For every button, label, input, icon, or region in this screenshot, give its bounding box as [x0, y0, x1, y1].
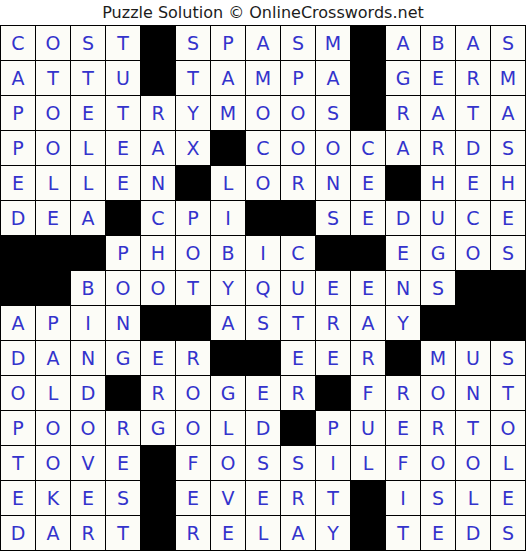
letter-cell-r7c7: B — [211, 236, 245, 270]
letter-cell-r14c13: S — [421, 481, 455, 515]
letter-cell-r8c8: Q — [246, 271, 280, 305]
letter-cell-r5c1: E — [1, 166, 35, 200]
black-cell-r7c11 — [351, 236, 385, 270]
black-cell-r8c1 — [1, 271, 35, 305]
letter-cell-r12c10: P — [316, 411, 350, 445]
letter-cell-r4c12: A — [386, 131, 420, 165]
letter-cell-r4c15: S — [491, 131, 525, 165]
letter-cell-r8c6: T — [176, 271, 210, 305]
letter-cell-r4c4: E — [106, 131, 140, 165]
letter-cell-r2c12: G — [386, 61, 420, 95]
black-cell-r8c15 — [491, 271, 525, 305]
black-cell-r5c6 — [176, 166, 210, 200]
letter-cell-r15c9: A — [281, 516, 315, 550]
letter-cell-r2c13: E — [421, 61, 455, 95]
black-cell-r6c4 — [106, 201, 140, 235]
letter-cell-r3c5: R — [141, 96, 175, 130]
letter-cell-r3c9: O — [281, 96, 315, 130]
letter-cell-r1c3: S — [71, 26, 105, 60]
letter-cell-r5c5: N — [141, 166, 175, 200]
letter-cell-r14c7: V — [211, 481, 245, 515]
black-cell-r15c11 — [351, 516, 385, 550]
letter-cell-r6c15: E — [491, 201, 525, 235]
letter-cell-r5c14: E — [456, 166, 490, 200]
letter-cell-r3c7: M — [211, 96, 245, 130]
letter-cell-r7c5: H — [141, 236, 175, 270]
letter-cell-r11c13: O — [421, 376, 455, 410]
black-cell-r3c11 — [351, 96, 385, 130]
letter-cell-r3c14: T — [456, 96, 490, 130]
letter-cell-r10c14: U — [456, 341, 490, 375]
letter-cell-r5c8: O — [246, 166, 280, 200]
letter-cell-r10c13: M — [421, 341, 455, 375]
black-cell-r8c2 — [36, 271, 70, 305]
letter-cell-r5c9: R — [281, 166, 315, 200]
letter-cell-r6c6: P — [176, 201, 210, 235]
black-cell-r9c6 — [176, 306, 210, 340]
letter-cell-r10c10: E — [316, 341, 350, 375]
letter-cell-r8c13: S — [421, 271, 455, 305]
letter-cell-r8c7: Y — [211, 271, 245, 305]
letter-cell-r1c14: A — [456, 26, 490, 60]
letter-cell-r10c15: S — [491, 341, 525, 375]
letter-cell-r1c2: O — [36, 26, 70, 60]
letter-cell-r14c1: E — [1, 481, 35, 515]
letter-cell-r12c5: G — [141, 411, 175, 445]
letter-cell-r14c2: K — [36, 481, 70, 515]
letter-cell-r10c5: E — [141, 341, 175, 375]
letter-cell-r11c11: F — [351, 376, 385, 410]
letter-cell-r15c10: Y — [316, 516, 350, 550]
letter-cell-r12c6: O — [176, 411, 210, 445]
letter-cell-r13c11: L — [351, 446, 385, 480]
letter-cell-r7c9: C — [281, 236, 315, 270]
letter-cell-r3c3: E — [71, 96, 105, 130]
letter-cell-r15c15: S — [491, 516, 525, 550]
letter-cell-r13c13: O — [421, 446, 455, 480]
letter-cell-r7c12: E — [386, 236, 420, 270]
black-cell-r6c9 — [281, 201, 315, 235]
letter-cell-r3c8: O — [246, 96, 280, 130]
letter-cell-r6c12: D — [386, 201, 420, 235]
letter-cell-r12c13: R — [421, 411, 455, 445]
letter-cell-r4c9: O — [281, 131, 315, 165]
letter-cell-r10c2: A — [36, 341, 70, 375]
letter-cell-r11c7: G — [211, 376, 245, 410]
letter-cell-r13c15: L — [491, 446, 525, 480]
letter-cell-r3c4: T — [106, 96, 140, 130]
black-cell-r2c11 — [351, 61, 385, 95]
letter-cell-r11c6: O — [176, 376, 210, 410]
letter-cell-r4c14: D — [456, 131, 490, 165]
letter-cell-r6c13: U — [421, 201, 455, 235]
letter-cell-r3c10: S — [316, 96, 350, 130]
letter-cell-r2c1: A — [1, 61, 35, 95]
letter-cell-r2c8: M — [246, 61, 280, 95]
letter-cell-r11c8: E — [246, 376, 280, 410]
letter-cell-r10c3: N — [71, 341, 105, 375]
letter-cell-r4c2: O — [36, 131, 70, 165]
letter-cell-r4c8: C — [246, 131, 280, 165]
letter-cell-r14c9: R — [281, 481, 315, 515]
letter-cell-r12c14: T — [456, 411, 490, 445]
black-cell-r2c5 — [141, 61, 175, 95]
letter-cell-r11c9: R — [281, 376, 315, 410]
letter-cell-r5c13: H — [421, 166, 455, 200]
letter-cell-r6c10: S — [316, 201, 350, 235]
letter-cell-r13c12: F — [386, 446, 420, 480]
black-cell-r7c3 — [71, 236, 105, 270]
black-cell-r10c8 — [246, 341, 280, 375]
letter-cell-r14c8: E — [246, 481, 280, 515]
letter-cell-r12c4: R — [106, 411, 140, 445]
black-cell-r1c11 — [351, 26, 385, 60]
letter-cell-r13c9: S — [281, 446, 315, 480]
letter-cell-r5c10: N — [316, 166, 350, 200]
black-cell-r10c7 — [211, 341, 245, 375]
letter-cell-r4c3: L — [71, 131, 105, 165]
black-cell-r5c12 — [386, 166, 420, 200]
letter-cell-r6c7: I — [211, 201, 245, 235]
letter-cell-r2c7: A — [211, 61, 245, 95]
letter-cell-r1c4: T — [106, 26, 140, 60]
letter-cell-r13c8: S — [246, 446, 280, 480]
letter-cell-r1c13: B — [421, 26, 455, 60]
letter-cell-r11c5: R — [141, 376, 175, 410]
letter-cell-r14c12: I — [386, 481, 420, 515]
letter-cell-r7c13: G — [421, 236, 455, 270]
black-cell-r7c10 — [316, 236, 350, 270]
letter-cell-r6c11: E — [351, 201, 385, 235]
letter-cell-r6c1: D — [1, 201, 35, 235]
letter-cell-r15c12: T — [386, 516, 420, 550]
letter-cell-r13c4: E — [106, 446, 140, 480]
letter-cell-r15c1: D — [1, 516, 35, 550]
letter-cell-r3c1: P — [1, 96, 35, 130]
letter-cell-r2c6: T — [176, 61, 210, 95]
letter-cell-r6c3: A — [71, 201, 105, 235]
letter-cell-r14c4: S — [106, 481, 140, 515]
letter-cell-r13c10: I — [316, 446, 350, 480]
letter-cell-r7c14: O — [456, 236, 490, 270]
letter-cell-r13c2: O — [36, 446, 70, 480]
letter-cell-r13c14: O — [456, 446, 490, 480]
letter-cell-r4c11: C — [351, 131, 385, 165]
black-cell-r6c8 — [246, 201, 280, 235]
letter-cell-r11c3: D — [71, 376, 105, 410]
letter-cell-r12c8: D — [246, 411, 280, 445]
letter-cell-r15c6: R — [176, 516, 210, 550]
letter-cell-r12c15: O — [491, 411, 525, 445]
letter-cell-r11c14: N — [456, 376, 490, 410]
letter-cell-r8c10: E — [316, 271, 350, 305]
letter-cell-r2c3: T — [71, 61, 105, 95]
letter-cell-r9c12: Y — [386, 306, 420, 340]
letter-cell-r3c13: A — [421, 96, 455, 130]
letter-cell-r12c3: O — [71, 411, 105, 445]
crossword-grid: COSTSPASMABASATTUTAMPAGERMPOETRYMOOSRATA… — [0, 25, 526, 551]
letter-cell-r9c2: P — [36, 306, 70, 340]
letter-cell-r9c7: A — [211, 306, 245, 340]
letter-cell-r3c12: R — [386, 96, 420, 130]
letter-cell-r9c11: A — [351, 306, 385, 340]
black-cell-r9c13 — [421, 306, 455, 340]
black-cell-r4c7 — [211, 131, 245, 165]
black-cell-r1c5 — [141, 26, 175, 60]
black-cell-r7c2 — [36, 236, 70, 270]
black-cell-r10c12 — [386, 341, 420, 375]
letter-cell-r14c15: E — [491, 481, 525, 515]
letter-cell-r13c6: F — [176, 446, 210, 480]
letter-cell-r4c10: O — [316, 131, 350, 165]
letter-cell-r5c7: L — [211, 166, 245, 200]
letter-cell-r9c8: S — [246, 306, 280, 340]
letter-cell-r3c6: Y — [176, 96, 210, 130]
letter-cell-r8c5: O — [141, 271, 175, 305]
letter-cell-r10c1: D — [1, 341, 35, 375]
letter-cell-r5c4: E — [106, 166, 140, 200]
letter-cell-r5c11: E — [351, 166, 385, 200]
letter-cell-r1c7: P — [211, 26, 245, 60]
letter-cell-r15c14: D — [456, 516, 490, 550]
letter-cell-r11c1: O — [1, 376, 35, 410]
letter-cell-r1c15: S — [491, 26, 525, 60]
letter-cell-r10c4: G — [106, 341, 140, 375]
letter-cell-r1c12: A — [386, 26, 420, 60]
letter-cell-r13c3: V — [71, 446, 105, 480]
black-cell-r11c10 — [316, 376, 350, 410]
black-cell-r14c11 — [351, 481, 385, 515]
letter-cell-r4c6: X — [176, 131, 210, 165]
letter-cell-r14c6: E — [176, 481, 210, 515]
letter-cell-r2c10: A — [316, 61, 350, 95]
letter-cell-r15c13: E — [421, 516, 455, 550]
letter-cell-r7c6: O — [176, 236, 210, 270]
letter-cell-r2c14: R — [456, 61, 490, 95]
letter-cell-r4c5: A — [141, 131, 175, 165]
letter-cell-r15c7: E — [211, 516, 245, 550]
letter-cell-r12c1: P — [1, 411, 35, 445]
letter-cell-r2c15: M — [491, 61, 525, 95]
letter-cell-r9c9: T — [281, 306, 315, 340]
letter-cell-r8c4: O — [106, 271, 140, 305]
letter-cell-r8c12: N — [386, 271, 420, 305]
letter-cell-r7c15: S — [491, 236, 525, 270]
letter-cell-r3c15: A — [491, 96, 525, 130]
letter-cell-r6c2: E — [36, 201, 70, 235]
letter-cell-r6c5: C — [141, 201, 175, 235]
letter-cell-r13c7: O — [211, 446, 245, 480]
black-cell-r9c14 — [456, 306, 490, 340]
letter-cell-r8c3: B — [71, 271, 105, 305]
black-cell-r11c4 — [106, 376, 140, 410]
black-cell-r8c14 — [456, 271, 490, 305]
letter-cell-r11c2: L — [36, 376, 70, 410]
letter-cell-r5c15: H — [491, 166, 525, 200]
black-cell-r14c5 — [141, 481, 175, 515]
letter-cell-r12c2: O — [36, 411, 70, 445]
black-cell-r15c5 — [141, 516, 175, 550]
letter-cell-r4c1: P — [1, 131, 35, 165]
page-title: Puzzle Solution © OnlineCrosswords.net — [0, 0, 526, 25]
letter-cell-r5c3: L — [71, 166, 105, 200]
letter-cell-r2c2: T — [36, 61, 70, 95]
letter-cell-r14c10: T — [316, 481, 350, 515]
letter-cell-r2c4: U — [106, 61, 140, 95]
letter-cell-r7c4: P — [106, 236, 140, 270]
letter-cell-r1c9: S — [281, 26, 315, 60]
letter-cell-r8c11: E — [351, 271, 385, 305]
letter-cell-r3c2: O — [36, 96, 70, 130]
letter-cell-r1c6: S — [176, 26, 210, 60]
puzzle-solution-page: Puzzle Solution © OnlineCrosswords.net C… — [0, 0, 526, 551]
letter-cell-r1c8: A — [246, 26, 280, 60]
letter-cell-r8c9: U — [281, 271, 315, 305]
letter-cell-r15c2: A — [36, 516, 70, 550]
black-cell-r12c9 — [281, 411, 315, 445]
letter-cell-r7c8: I — [246, 236, 280, 270]
letter-cell-r10c9: E — [281, 341, 315, 375]
letter-cell-r9c1: A — [1, 306, 35, 340]
black-cell-r13c5 — [141, 446, 175, 480]
black-cell-r9c15 — [491, 306, 525, 340]
letter-cell-r10c6: R — [176, 341, 210, 375]
letter-cell-r15c4: T — [106, 516, 140, 550]
letter-cell-r1c10: M — [316, 26, 350, 60]
black-cell-r9c5 — [141, 306, 175, 340]
letter-cell-r12c12: E — [386, 411, 420, 445]
letter-cell-r2c9: P — [281, 61, 315, 95]
letter-cell-r9c4: N — [106, 306, 140, 340]
letter-cell-r4c13: R — [421, 131, 455, 165]
letter-cell-r15c3: R — [71, 516, 105, 550]
letter-cell-r9c3: I — [71, 306, 105, 340]
letter-cell-r6c14: C — [456, 201, 490, 235]
letter-cell-r12c7: L — [211, 411, 245, 445]
letter-cell-r1c1: C — [1, 26, 35, 60]
letter-cell-r13c1: T — [1, 446, 35, 480]
black-cell-r7c1 — [1, 236, 35, 270]
letter-cell-r9c10: R — [316, 306, 350, 340]
letter-cell-r12c11: U — [351, 411, 385, 445]
letter-cell-r10c11: R — [351, 341, 385, 375]
letter-cell-r11c15: T — [491, 376, 525, 410]
letter-cell-r14c3: E — [71, 481, 105, 515]
letter-cell-r5c2: L — [36, 166, 70, 200]
letter-cell-r15c8: L — [246, 516, 280, 550]
letter-cell-r11c12: R — [386, 376, 420, 410]
letter-cell-r14c14: L — [456, 481, 490, 515]
